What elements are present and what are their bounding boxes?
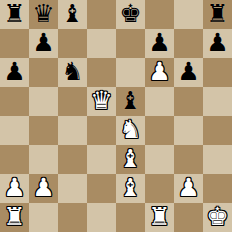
white-queen-piece: ♛ — [90, 87, 112, 115]
square-e7[interactable] — [116, 29, 145, 58]
square-a1[interactable]: ♜ — [0, 203, 29, 232]
square-c5[interactable] — [58, 87, 87, 116]
square-h8[interactable]: ♜ — [203, 0, 232, 29]
square-g4[interactable] — [174, 116, 203, 145]
square-e2[interactable]: ♝ — [116, 174, 145, 203]
square-e8[interactable]: ♚ — [116, 0, 145, 29]
white-pawn-piece: ♟ — [148, 58, 170, 86]
square-d4[interactable] — [87, 116, 116, 145]
black-king-piece: ♚ — [119, 0, 141, 28]
white-bishop-piece: ♝ — [119, 145, 141, 173]
white-king-piece: ♚ — [206, 203, 228, 231]
white-rook-piece: ♜ — [148, 203, 170, 231]
square-e3[interactable]: ♝ — [116, 145, 145, 174]
square-a8[interactable]: ♜ — [0, 0, 29, 29]
square-e6[interactable] — [116, 58, 145, 87]
square-h1[interactable]: ♚ — [203, 203, 232, 232]
square-b6[interactable] — [29, 58, 58, 87]
square-f6[interactable]: ♟ — [145, 58, 174, 87]
black-knight-piece: ♞ — [61, 58, 83, 86]
square-d8[interactable] — [87, 0, 116, 29]
black-pawn-piece: ♟ — [206, 29, 228, 57]
square-g8[interactable] — [174, 0, 203, 29]
square-f1[interactable]: ♜ — [145, 203, 174, 232]
square-h5[interactable] — [203, 87, 232, 116]
black-rook-piece: ♜ — [206, 0, 228, 28]
square-c1[interactable] — [58, 203, 87, 232]
black-pawn-piece: ♟ — [177, 58, 199, 86]
square-f8[interactable] — [145, 0, 174, 29]
white-pawn-piece: ♟ — [177, 174, 199, 202]
black-pawn-piece: ♟ — [3, 58, 25, 86]
square-a3[interactable] — [0, 145, 29, 174]
square-f5[interactable] — [145, 87, 174, 116]
square-d3[interactable] — [87, 145, 116, 174]
white-bishop-piece: ♝ — [119, 174, 141, 202]
square-h3[interactable] — [203, 145, 232, 174]
square-g5[interactable] — [174, 87, 203, 116]
square-d7[interactable] — [87, 29, 116, 58]
square-a6[interactable]: ♟ — [0, 58, 29, 87]
square-b5[interactable] — [29, 87, 58, 116]
black-bishop-piece: ♝ — [119, 87, 141, 115]
black-pawn-piece: ♟ — [32, 29, 54, 57]
square-h7[interactable]: ♟ — [203, 29, 232, 58]
square-g1[interactable] — [174, 203, 203, 232]
square-h6[interactable] — [203, 58, 232, 87]
chess-board: ♜♛♝♚♜♟♟♟♟♞♟♟♛♝♞♝♟♟♝♟♜♜♚ — [0, 0, 232, 232]
black-pawn-piece: ♟ — [148, 29, 170, 57]
square-b1[interactable] — [29, 203, 58, 232]
square-b8[interactable]: ♛ — [29, 0, 58, 29]
white-knight-piece: ♞ — [119, 116, 141, 144]
white-pawn-piece: ♟ — [32, 174, 54, 202]
black-rook-piece: ♜ — [3, 0, 25, 28]
square-b7[interactable]: ♟ — [29, 29, 58, 58]
square-c2[interactable] — [58, 174, 87, 203]
square-f4[interactable] — [145, 116, 174, 145]
square-f3[interactable] — [145, 145, 174, 174]
square-g7[interactable] — [174, 29, 203, 58]
square-f2[interactable] — [145, 174, 174, 203]
square-c8[interactable]: ♝ — [58, 0, 87, 29]
square-b3[interactable] — [29, 145, 58, 174]
square-a4[interactable] — [0, 116, 29, 145]
white-pawn-piece: ♟ — [3, 174, 25, 202]
square-g6[interactable]: ♟ — [174, 58, 203, 87]
square-h4[interactable] — [203, 116, 232, 145]
square-d2[interactable] — [87, 174, 116, 203]
square-e5[interactable]: ♝ — [116, 87, 145, 116]
white-rook-piece: ♜ — [3, 203, 25, 231]
square-e1[interactable] — [116, 203, 145, 232]
black-queen-piece: ♛ — [32, 0, 54, 28]
square-a2[interactable]: ♟ — [0, 174, 29, 203]
square-d5[interactable]: ♛ — [87, 87, 116, 116]
square-g3[interactable] — [174, 145, 203, 174]
square-a5[interactable] — [0, 87, 29, 116]
square-c3[interactable] — [58, 145, 87, 174]
square-d1[interactable] — [87, 203, 116, 232]
square-g2[interactable]: ♟ — [174, 174, 203, 203]
square-c7[interactable] — [58, 29, 87, 58]
square-f7[interactable]: ♟ — [145, 29, 174, 58]
square-e4[interactable]: ♞ — [116, 116, 145, 145]
square-b4[interactable] — [29, 116, 58, 145]
square-c6[interactable]: ♞ — [58, 58, 87, 87]
square-a7[interactable] — [0, 29, 29, 58]
square-b2[interactable]: ♟ — [29, 174, 58, 203]
black-bishop-piece: ♝ — [61, 0, 83, 28]
square-c4[interactable] — [58, 116, 87, 145]
square-h2[interactable] — [203, 174, 232, 203]
square-d6[interactable] — [87, 58, 116, 87]
